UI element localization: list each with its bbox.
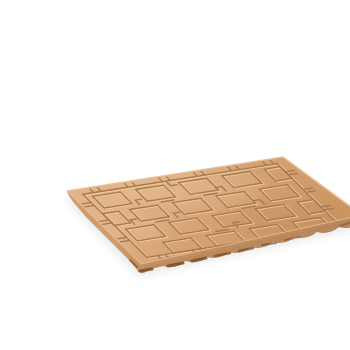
product-photo: Tan molded fiber packaging tray with an … [40,16,350,350]
tray-illustration [40,16,350,350]
